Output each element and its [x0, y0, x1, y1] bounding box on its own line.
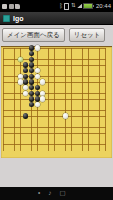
square-icon[interactable]: ▢ [60, 190, 66, 197]
network-activity-icon: ⇅ [71, 3, 76, 9]
black-stone: ● [35, 96, 40, 101]
bluetooth-icon: ᛒ [59, 3, 63, 9]
black-stone: ● [35, 91, 40, 96]
notification-icon-3 [15, 4, 20, 9]
return-main-screen-button[interactable]: メイン画面へ戻る [2, 28, 65, 42]
white-stone: ○ [40, 79, 45, 84]
white-stone: ○ [23, 91, 28, 96]
white-stone: ○ [35, 45, 40, 50]
black-stone: ● [29, 45, 34, 50]
white-stone: ○ [63, 113, 68, 118]
black-stone: ● [29, 102, 34, 107]
black-stone: ● [29, 51, 34, 56]
black-stone: ● [35, 85, 40, 90]
app-title: Igo [13, 15, 24, 22]
black-stone: ● [29, 57, 34, 62]
status-clock: 20:44 [96, 3, 111, 9]
white-stone: ○ [35, 102, 40, 107]
white-stone: ○ [35, 74, 40, 79]
black-stone: ● [29, 79, 34, 84]
screen: ᛒ ⇅ 20:44 Igo メイン画面へ戻る リセット ●○●○●●●●●○○●… [0, 0, 113, 200]
notification-icon-2 [9, 4, 14, 9]
black-stone: ● [29, 62, 34, 67]
title-bar: Igo [0, 12, 113, 25]
white-stone: ○ [18, 57, 23, 62]
board-intersections: ●○●○●●●●●○○●●○○●●○○●●○●●○●●○●○●○ [0, 45, 107, 152]
note-icon[interactable]: ♪ [48, 190, 51, 197]
white-stone: ○ [23, 85, 28, 90]
signal-strength-icon [77, 4, 82, 9]
black-stone: ● [29, 96, 34, 101]
black-stone: ● [29, 85, 34, 90]
black-stone: ● [23, 62, 28, 67]
toolbar: メイン画面へ戻る リセット [0, 25, 113, 46]
white-stone: ○ [40, 96, 45, 101]
reset-button[interactable]: リセット [69, 28, 106, 42]
white-stone: ○ [18, 79, 23, 84]
dot-icon[interactable]: • [38, 190, 40, 197]
white-stone: ○ [18, 74, 23, 79]
notification-icon-1 [2, 4, 7, 9]
black-stone: ● [23, 68, 28, 73]
black-stone: ● [23, 79, 28, 84]
status-bar: ᛒ ⇅ 20:44 [0, 0, 113, 12]
go-board-app-icon [3, 15, 10, 22]
battery-icon [83, 3, 93, 10]
black-stone: ● [29, 68, 34, 73]
lower-gray-area [0, 158, 113, 187]
vibrate-icon [64, 3, 69, 10]
black-stone: ● [29, 91, 34, 96]
black-stone: ● [23, 74, 28, 79]
black-stone: ● [23, 113, 28, 118]
bottom-nav-bar: • ♪ ▢ [0, 187, 113, 200]
white-stone: ○ [35, 68, 40, 73]
white-stone: ○ [40, 91, 45, 96]
black-stone: ● [29, 74, 34, 79]
go-board[interactable]: ●○●○●●●●●○○●●○○●●○○●●○●●○●●○●○●○ [1, 46, 112, 158]
